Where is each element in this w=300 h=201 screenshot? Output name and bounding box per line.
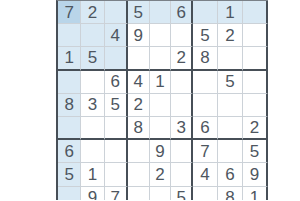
cell-r7c8[interactable] xyxy=(218,140,243,163)
cell-r3c3[interactable] xyxy=(105,47,128,70)
cell-r8c2[interactable]: 1 xyxy=(81,163,104,186)
sudoku-board: 7256149521528641583528362697551246997581 xyxy=(56,0,268,200)
cell-r7c4[interactable] xyxy=(128,140,150,163)
cell-r4c3[interactable]: 6 xyxy=(105,71,128,94)
cell-r4c1[interactable] xyxy=(58,71,81,94)
cell-r3c9[interactable] xyxy=(243,47,268,70)
cell-r5c4[interactable]: 2 xyxy=(128,94,150,117)
cell-r1c2[interactable]: 2 xyxy=(81,1,104,24)
cell-r4c2[interactable] xyxy=(81,71,104,94)
cell-r5c5[interactable] xyxy=(150,94,172,117)
cell-r6c2[interactable] xyxy=(81,117,104,140)
cell-r2c6[interactable] xyxy=(171,24,193,47)
cell-r5c9[interactable] xyxy=(243,94,268,117)
cell-r4c6[interactable] xyxy=(171,71,193,94)
cell-r3c7[interactable]: 8 xyxy=(193,47,218,70)
cell-r4c5[interactable]: 1 xyxy=(150,71,172,94)
cell-r5c2[interactable]: 3 xyxy=(81,94,104,117)
cell-r4c8[interactable]: 5 xyxy=(218,71,243,94)
cell-r8c5[interactable]: 2 xyxy=(150,163,172,186)
cell-r1c9[interactable] xyxy=(243,1,268,24)
cell-r9c9[interactable]: 1 xyxy=(243,187,268,201)
cell-r1c3[interactable] xyxy=(105,1,128,24)
cell-r9c1[interactable] xyxy=(58,187,81,201)
cell-r6c3[interactable] xyxy=(105,117,128,140)
cell-r3c2[interactable]: 5 xyxy=(81,47,104,70)
cell-r7c5[interactable]: 9 xyxy=(150,140,172,163)
cell-r1c7[interactable] xyxy=(193,1,218,24)
cell-r2c5[interactable] xyxy=(150,24,172,47)
cell-r4c4[interactable]: 4 xyxy=(128,71,150,94)
cell-r1c8[interactable]: 1 xyxy=(218,1,243,24)
cell-r3c5[interactable] xyxy=(150,47,172,70)
cell-r9c7[interactable] xyxy=(193,187,218,201)
cell-r2c1[interactable] xyxy=(58,24,81,47)
cell-r4c7[interactable] xyxy=(193,71,218,94)
cell-r8c1[interactable]: 5 xyxy=(58,163,81,186)
cell-r7c1[interactable]: 6 xyxy=(58,140,81,163)
cell-r1c5[interactable] xyxy=(150,1,172,24)
cell-r5c3[interactable]: 5 xyxy=(105,94,128,117)
cell-r9c3[interactable]: 7 xyxy=(105,187,128,201)
cell-r5c6[interactable] xyxy=(171,94,193,117)
cell-r6c7[interactable]: 6 xyxy=(193,117,218,140)
cell-r1c1[interactable]: 7 xyxy=(58,1,81,24)
cell-r7c6[interactable] xyxy=(171,140,193,163)
cell-r8c4[interactable] xyxy=(128,163,150,186)
cell-r9c2[interactable]: 9 xyxy=(81,187,104,201)
cell-r9c5[interactable] xyxy=(150,187,172,201)
cell-r6c5[interactable] xyxy=(150,117,172,140)
cell-r9c8[interactable]: 8 xyxy=(218,187,243,201)
cell-r2c7[interactable]: 5 xyxy=(193,24,218,47)
cell-r2c8[interactable]: 2 xyxy=(218,24,243,47)
cell-r2c3[interactable]: 4 xyxy=(105,24,128,47)
cell-r3c4[interactable] xyxy=(128,47,150,70)
cell-r6c4[interactable]: 8 xyxy=(128,117,150,140)
cell-r8c7[interactable]: 4 xyxy=(193,163,218,186)
cell-r1c4[interactable]: 5 xyxy=(128,1,150,24)
cell-r9c6[interactable]: 5 xyxy=(171,187,193,201)
cell-r4c9[interactable] xyxy=(243,71,268,94)
cell-r7c2[interactable] xyxy=(81,140,104,163)
cell-r7c9[interactable]: 5 xyxy=(243,140,268,163)
cell-r5c1[interactable]: 8 xyxy=(58,94,81,117)
cell-r3c6[interactable]: 2 xyxy=(171,47,193,70)
cell-r7c7[interactable]: 7 xyxy=(193,140,218,163)
cell-r5c7[interactable] xyxy=(193,94,218,117)
cell-r7c3[interactable] xyxy=(105,140,128,163)
cell-r9c4[interactable] xyxy=(128,187,150,201)
cell-r5c8[interactable] xyxy=(218,94,243,117)
cell-r3c1[interactable]: 1 xyxy=(58,47,81,70)
cell-r2c9[interactable] xyxy=(243,24,268,47)
cell-r8c9[interactable]: 9 xyxy=(243,163,268,186)
sudoku-app-viewport: 7256149521528641583528362697551246997581 xyxy=(0,0,300,200)
cell-r8c8[interactable]: 6 xyxy=(218,163,243,186)
cell-r2c4[interactable]: 9 xyxy=(128,24,150,47)
cell-r2c2[interactable] xyxy=(81,24,104,47)
cell-r8c3[interactable] xyxy=(105,163,128,186)
cell-r1c6[interactable]: 6 xyxy=(171,1,193,24)
cell-r8c6[interactable] xyxy=(171,163,193,186)
cell-r3c8[interactable] xyxy=(218,47,243,70)
cell-r6c9[interactable]: 2 xyxy=(243,117,268,140)
cell-r6c1[interactable] xyxy=(58,117,81,140)
cell-r6c6[interactable]: 3 xyxy=(171,117,193,140)
cell-r6c8[interactable] xyxy=(218,117,243,140)
